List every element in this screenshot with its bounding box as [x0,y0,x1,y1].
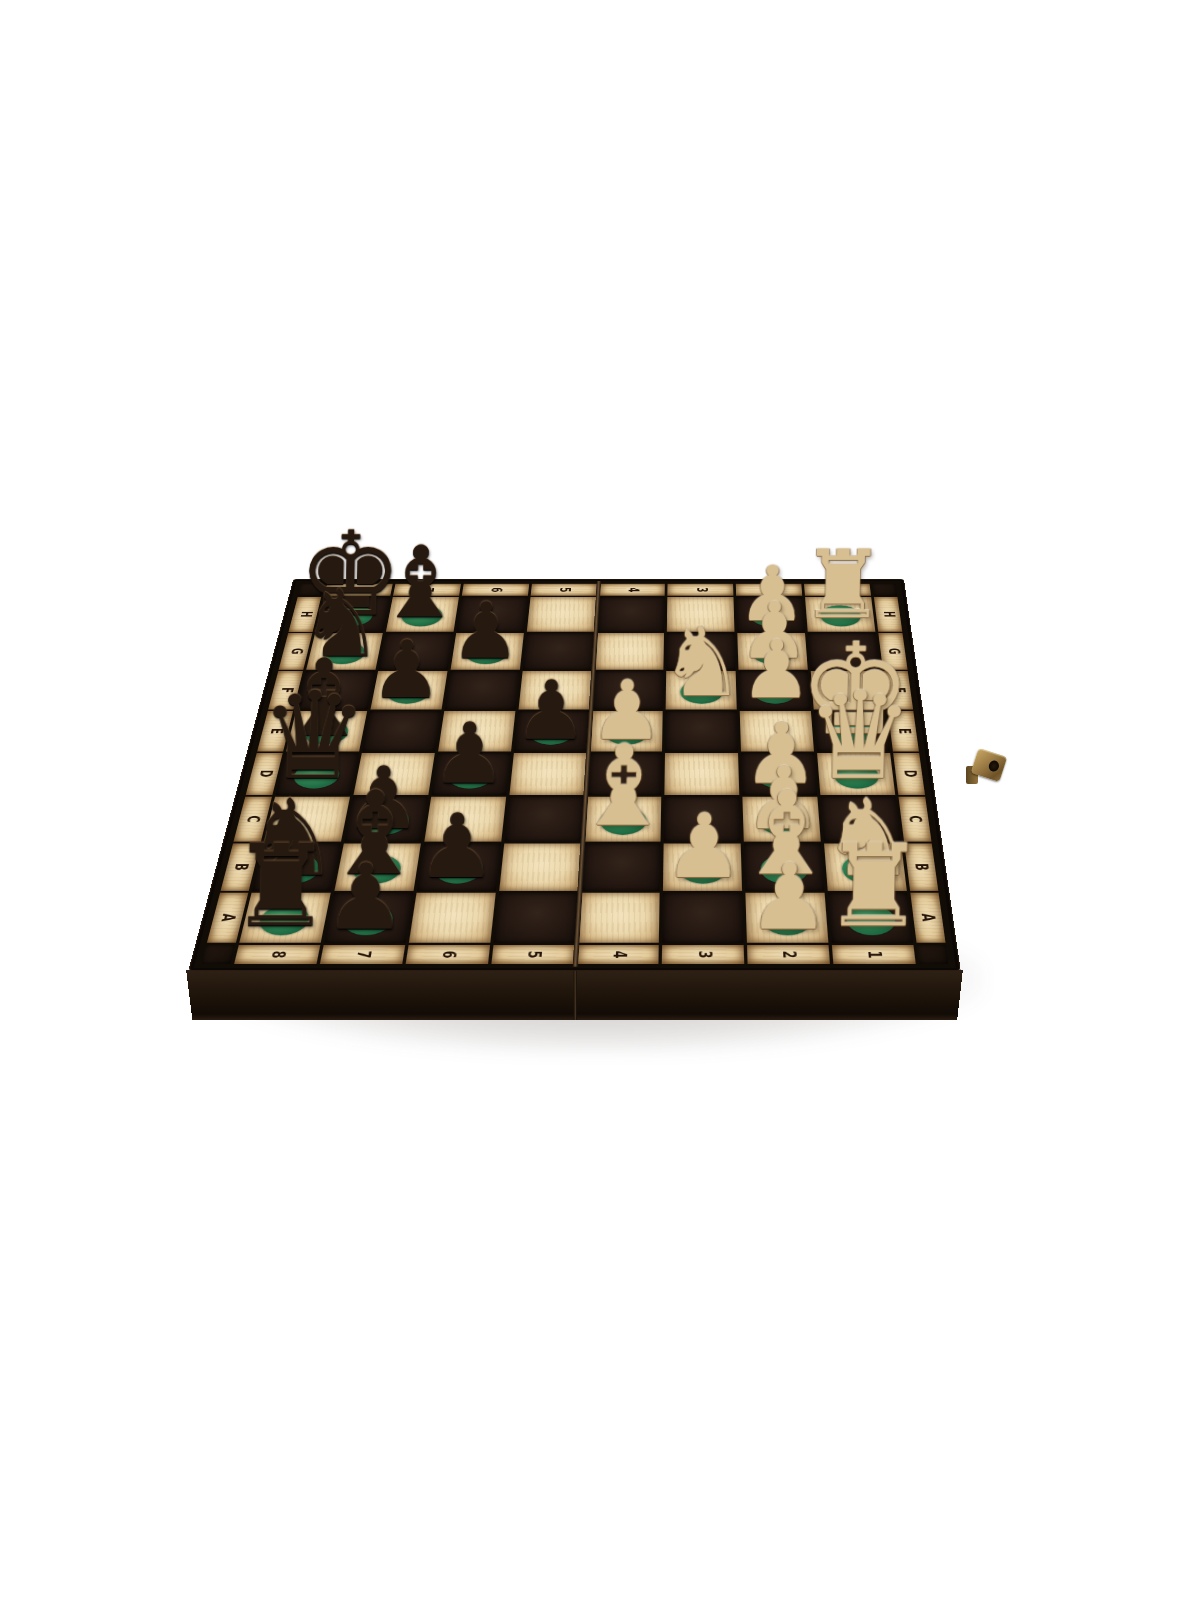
white-knight-b1: ♞ [824,844,907,891]
black-king-h8: ♚ [315,597,390,632]
square-d2: ♟ [741,753,817,795]
square-f7: ♟ [370,671,447,709]
file-label-G-left: G [288,648,304,654]
square-c4: ♝ [584,797,662,842]
square-g5 [522,633,594,669]
square-a4 [578,893,660,943]
white-queen-d1: ♛ [817,753,895,795]
file-label-D-right: D [901,770,917,777]
border-cell-rank-5: 5 [530,584,597,596]
rank-label-2-back: 2 [762,587,776,592]
square-f1 [811,671,885,709]
white-king-e1: ♚ [814,711,890,751]
felt-base [762,905,812,935]
border-cell-rank-4: 4 [577,945,660,964]
rank-label-4-back: 4 [625,587,639,592]
square-g3 [667,633,736,669]
square-g6: ♟ [450,633,523,669]
border-cell-rank-2: 2 [736,584,802,596]
square-b2: ♝ [744,844,824,891]
felt-base [679,855,727,884]
square-b8: ♞ [252,844,340,891]
white-pawn-e4: ♟ [590,711,664,751]
box-front-seam [573,970,577,1020]
rank-label-6-back: 6 [488,587,502,592]
border-cell-file-F: F [883,671,913,709]
black-pawn-e5: ♟ [514,711,589,751]
border-corner [917,945,949,964]
black-rook-a8: ♜ [239,893,330,943]
felt-base [680,680,723,703]
brass-clasp [966,746,1008,792]
file-label-C-right: C [907,816,923,823]
black-pawn-glyph: ♟ [416,805,497,889]
border-cell-file-D: D [246,753,283,795]
square-b4 [581,844,661,891]
square-c3 [664,797,741,842]
rank-label-8-back: 8 [351,587,366,592]
felt-base [833,763,880,789]
border-cell-file-F: F [268,671,303,709]
square-b7: ♝ [334,844,420,891]
border-corner [872,584,897,596]
square-a1: ♜ [828,893,913,943]
square-d7 [353,753,434,795]
square-h8: ♚ [315,597,390,632]
white-bishop-b2: ♝ [744,844,824,891]
felt-base [269,855,323,884]
square-c6 [424,797,506,842]
square-e5: ♟ [514,711,589,751]
square-d3 [665,753,740,795]
border-cell-file-C: C [899,797,932,842]
felt-base [845,905,897,935]
square-a6 [409,893,496,943]
border-cell-file-D: D [893,753,925,795]
white-pawn-c2: ♟ [743,797,821,842]
black-bishop-b7: ♝ [334,844,420,891]
file-label-B-left: B [232,863,250,870]
square-f5 [518,671,591,709]
rank-label-4-front: 4 [610,950,627,957]
border-cell-rank-8: 8 [324,584,392,596]
rank-label-2-front: 2 [780,950,797,957]
folding-chess-board: 87654321H♚♝♟♜HG♞♟♟GF♟♞♟FE♝♟♟♚ED♛♟♟♛DC♟♝♟… [190,580,960,970]
square-e3 [665,711,738,751]
felt-base [756,763,802,789]
white-pawn-h2: ♟ [736,597,805,632]
white-rook-h1: ♜ [805,597,875,632]
square-a7: ♟ [324,893,413,943]
border-cell-rank-8: 8 [234,945,320,964]
square-h4 [597,597,665,632]
white-bishop-c4: ♝ [584,797,662,842]
black-pawn-glyph: ♟ [324,854,408,941]
square-c8 [264,797,350,842]
felt-base [753,680,797,703]
square-e2 [740,711,814,751]
rank-label-7-front: 7 [353,950,371,957]
felt-base [351,855,403,884]
rank-label-6-front: 6 [439,950,457,957]
black-pawn-glyph: ♟ [344,758,423,840]
square-h5 [526,597,596,632]
felt-base [400,605,444,626]
chess-scene: 87654321H♚♝♟♜HG♞♟♟GF♟♞♟FE♝♟♟♚ED♛♟♟♛DC♟♝♟… [0,0,1200,1600]
black-pawn-c7: ♟ [344,797,428,842]
square-d4 [587,753,662,795]
square-g2: ♟ [738,633,808,669]
felt-base [750,605,792,626]
felt-base [360,808,411,835]
border-cell-file-B: B [904,844,938,891]
rank-label-3-front: 3 [695,950,712,957]
border-cell-file-B: B [221,844,261,891]
square-h1: ♜ [805,597,875,632]
square-g1 [808,633,880,669]
felt-base [302,721,351,745]
square-a5 [493,893,577,943]
square-b3: ♟ [663,844,742,891]
square-e8: ♝ [286,711,367,751]
square-e1: ♚ [814,711,890,751]
file-label-H-left: H [297,611,312,617]
square-d6: ♟ [431,753,510,795]
square-d1: ♛ [817,753,895,795]
felt-base [819,605,861,626]
square-c2: ♟ [743,797,821,842]
black-pawn-a7: ♟ [324,893,413,943]
white-pawn-a2: ♟ [746,893,829,943]
square-c7: ♟ [344,797,428,842]
square-d8: ♛ [275,753,358,795]
border-cell-rank-1: 1 [804,584,871,596]
square-f4 [592,671,664,709]
square-e7 [362,711,441,751]
black-knight-g8: ♞ [306,633,383,669]
border-cell-rank-7: 7 [393,584,461,596]
border-cell-rank-4: 4 [599,584,665,596]
file-label-F-left: F [278,687,294,692]
felt-base [341,905,395,935]
felt-base [292,763,342,789]
file-label-E-left: E [267,728,283,734]
file-label-E-right: E [895,728,911,734]
border-cell-file-G: G [878,633,907,669]
file-label-A-right: A [919,914,937,922]
border-cell-rank-6: 6 [405,945,489,964]
square-a8: ♜ [239,893,330,943]
white-pawn-b3: ♟ [663,844,742,891]
square-c1 [821,797,901,842]
felt-base [760,855,809,884]
square-c5 [504,797,584,842]
border-cell-file-E: E [888,711,919,751]
felt-base [829,721,875,745]
border-cell-rank-6: 6 [462,584,529,596]
border-corner [298,584,324,596]
square-b1: ♞ [824,844,907,891]
white-pawn-glyph: ♟ [663,805,744,889]
border-cell-file-A: A [910,893,945,943]
file-label-C-left: C [244,816,261,823]
square-f3: ♞ [666,671,737,709]
square-g4 [595,633,665,669]
rank-label-7-back: 7 [420,587,434,592]
square-f6 [444,671,519,709]
white-pawn-g2: ♟ [738,633,808,669]
square-g8: ♞ [306,633,383,669]
square-h6 [456,597,527,632]
file-label-A-left: A [219,914,238,922]
felt-base [330,605,375,626]
file-label-B-right: B [913,863,930,870]
border-cell-file-H: H [874,597,902,632]
felt-base [465,642,509,664]
file-label-D-left: D [256,770,273,777]
border-cell-rank-5: 5 [491,945,574,964]
rank-label-1-back: 1 [830,587,844,592]
border-cell-rank-3: 3 [668,584,734,596]
black-pawn-g6: ♟ [450,633,523,669]
white-pawn-d2: ♟ [741,753,817,795]
square-b5 [499,844,581,891]
square-h7: ♝ [386,597,459,632]
box-front-face [186,970,963,1020]
product-photo-page: 87654321H♚♝♟♜HG♞♟♟GF♟♞♟FE♝♟♟♚ED♛♟♟♛DC♟♝♟… [0,0,1200,1600]
file-label-H-right: H [881,611,896,617]
file-label-F-right: F [890,687,905,692]
square-e4: ♟ [590,711,664,751]
felt-base [841,855,891,884]
felt-base [257,905,312,935]
square-a2: ♟ [746,893,829,943]
rank-label-3-back: 3 [694,587,708,592]
square-e6 [438,711,515,751]
white-rook-a1: ♜ [828,893,913,943]
square-f2: ♟ [739,671,811,709]
square-b6: ♟ [417,844,501,891]
felt-base [751,642,794,664]
felt-base [321,642,367,664]
felt-base [433,855,484,884]
rank-label-5-back: 5 [557,587,571,592]
white-knight-f3: ♞ [666,671,737,709]
felt-base [758,808,805,835]
black-knight-b8: ♞ [252,844,340,891]
felt-base [600,808,647,835]
border-cell-rank-1: 1 [832,945,916,964]
square-f8 [296,671,375,709]
black-pawn-f7: ♟ [370,671,447,709]
square-g7 [378,633,453,669]
square-h2: ♟ [736,597,805,632]
felt-base [604,721,648,745]
white-pawn-glyph: ♟ [747,854,831,941]
square-h3 [667,597,735,632]
felt-base [385,680,432,703]
white-pawn-glyph: ♟ [744,758,823,840]
rank-label-1-front: 1 [865,950,883,957]
black-bishop-e8: ♝ [286,711,367,751]
border-corner [202,945,236,964]
black-pawn-b6: ♟ [417,844,501,891]
border-cell-rank-7: 7 [320,945,405,964]
rank-label-8-front: 8 [268,950,286,957]
border-cell-rank-2: 2 [747,945,830,964]
rank-label-5-front: 5 [524,950,541,957]
black-pawn-d6: ♟ [431,753,510,795]
white-pawn-f2: ♟ [739,671,811,709]
border-cell-rank-3: 3 [662,945,744,964]
felt-base [447,763,495,789]
black-bishop-h7: ♝ [386,597,459,632]
black-queen-d8: ♛ [275,753,358,795]
square-a3 [663,893,744,943]
square-d5 [509,753,586,795]
file-label-G-right: G [885,648,900,654]
felt-base [529,721,575,745]
